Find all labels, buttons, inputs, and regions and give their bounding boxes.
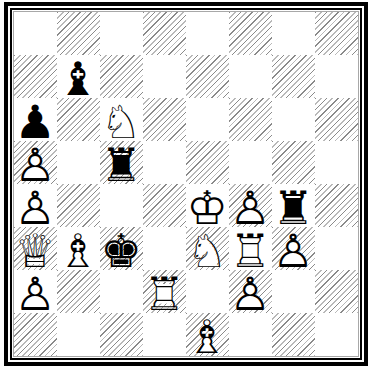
square-e5[interactable] [186, 141, 229, 184]
white-pawn-icon: ♙ [14, 272, 57, 315]
piece-white-pawn: ♟♙ [229, 184, 272, 227]
square-f8[interactable] [229, 12, 272, 55]
white-pawn-icon: ♙ [272, 229, 315, 272]
square-b4[interactable] [57, 184, 100, 227]
square-h5[interactable] [315, 141, 358, 184]
black-bishop-icon: ♝ [57, 57, 100, 100]
square-g1[interactable] [272, 313, 315, 356]
square-f4[interactable]: ♟♙ [229, 184, 272, 227]
square-b3[interactable]: ♝♗ [57, 227, 100, 270]
square-e4[interactable]: ♚♔ [186, 184, 229, 227]
square-g4[interactable]: ♜ [272, 184, 315, 227]
white-rook-icon: ♖ [143, 272, 186, 315]
square-a5[interactable]: ♟♙ [14, 141, 57, 184]
square-a3[interactable]: ♛♕ [14, 227, 57, 270]
piece-white-pawn: ♟♙ [229, 270, 272, 313]
square-h4[interactable] [315, 184, 358, 227]
piece-black-rook: ♜ [272, 184, 315, 227]
square-c4[interactable] [100, 184, 143, 227]
square-e7[interactable] [186, 55, 229, 98]
square-d3[interactable] [143, 227, 186, 270]
black-king-icon: ♚ [100, 229, 143, 272]
board-inner-frame: ♝♟♞♘♟♙♜♟♙♚♔♟♙♜♛♕♝♗♚♞♘♜♖♟♙♟♙♜♖♟♙♝♗ [10, 8, 362, 360]
square-e3[interactable]: ♞♘ [186, 227, 229, 270]
square-e2[interactable] [186, 270, 229, 313]
square-a8[interactable] [14, 12, 57, 55]
square-c2[interactable] [100, 270, 143, 313]
square-h8[interactable] [315, 12, 358, 55]
piece-white-pawn: ♟♙ [14, 184, 57, 227]
piece-white-bishop: ♝♗ [186, 313, 229, 356]
square-g2[interactable] [272, 270, 315, 313]
square-d7[interactable] [143, 55, 186, 98]
square-f1[interactable] [229, 313, 272, 356]
square-f6[interactable] [229, 98, 272, 141]
white-knight-icon: ♘ [186, 229, 229, 272]
piece-white-pawn: ♟♙ [14, 141, 57, 184]
white-bishop-icon: ♗ [57, 229, 100, 272]
square-b5[interactable] [57, 141, 100, 184]
piece-white-pawn: ♟♙ [272, 227, 315, 270]
square-f3[interactable]: ♜♖ [229, 227, 272, 270]
white-bishop-icon: ♗ [186, 315, 229, 358]
piece-black-bishop: ♝ [57, 55, 100, 98]
square-d2[interactable]: ♜♖ [143, 270, 186, 313]
square-c1[interactable] [100, 313, 143, 356]
piece-white-rook: ♜♖ [143, 270, 186, 313]
square-b8[interactable] [57, 12, 100, 55]
square-d5[interactable] [143, 141, 186, 184]
square-d4[interactable] [143, 184, 186, 227]
chess-diagram-page: ♝♟♞♘♟♙♜♟♙♚♔♟♙♜♛♕♝♗♚♞♘♜♖♟♙♟♙♜♖♟♙♝♗ [0, 0, 371, 370]
square-b2[interactable] [57, 270, 100, 313]
board: ♝♟♞♘♟♙♜♟♙♚♔♟♙♜♛♕♝♗♚♞♘♜♖♟♙♟♙♜♖♟♙♝♗ [14, 12, 358, 356]
square-a7[interactable] [14, 55, 57, 98]
square-b6[interactable] [57, 98, 100, 141]
square-c5[interactable]: ♜ [100, 141, 143, 184]
piece-white-king: ♚♔ [186, 184, 229, 227]
square-h6[interactable] [315, 98, 358, 141]
square-e1[interactable]: ♝♗ [186, 313, 229, 356]
piece-white-knight: ♞♘ [100, 98, 143, 141]
piece-white-bishop: ♝♗ [57, 227, 100, 270]
square-f2[interactable]: ♟♙ [229, 270, 272, 313]
square-g7[interactable] [272, 55, 315, 98]
square-e8[interactable] [186, 12, 229, 55]
black-rook-icon: ♜ [100, 143, 143, 186]
square-a6[interactable]: ♟ [14, 98, 57, 141]
piece-black-king: ♚ [100, 227, 143, 270]
square-a1[interactable] [14, 313, 57, 356]
square-c7[interactable] [100, 55, 143, 98]
square-d8[interactable] [143, 12, 186, 55]
square-e6[interactable] [186, 98, 229, 141]
piece-black-pawn: ♟ [14, 98, 57, 141]
square-f5[interactable] [229, 141, 272, 184]
square-g6[interactable] [272, 98, 315, 141]
board-outer-frame: ♝♟♞♘♟♙♜♟♙♚♔♟♙♜♛♕♝♗♚♞♘♜♖♟♙♟♙♜♖♟♙♝♗ [4, 2, 368, 366]
square-f7[interactable] [229, 55, 272, 98]
square-h1[interactable] [315, 313, 358, 356]
piece-white-queen: ♛♕ [14, 227, 57, 270]
square-a2[interactable]: ♟♙ [14, 270, 57, 313]
square-h2[interactable] [315, 270, 358, 313]
piece-white-rook: ♜♖ [229, 227, 272, 270]
board-edge-line: ♝♟♞♘♟♙♜♟♙♚♔♟♙♜♛♕♝♗♚♞♘♜♖♟♙♟♙♜♖♟♙♝♗ [13, 11, 359, 357]
square-c8[interactable] [100, 12, 143, 55]
square-g3[interactable]: ♟♙ [272, 227, 315, 270]
square-g8[interactable] [272, 12, 315, 55]
square-g5[interactable] [272, 141, 315, 184]
square-h7[interactable] [315, 55, 358, 98]
piece-white-pawn: ♟♙ [14, 270, 57, 313]
square-b7[interactable]: ♝ [57, 55, 100, 98]
square-d1[interactable] [143, 313, 186, 356]
piece-white-knight: ♞♘ [186, 227, 229, 270]
square-b1[interactable] [57, 313, 100, 356]
square-h3[interactable] [315, 227, 358, 270]
square-c6[interactable]: ♞♘ [100, 98, 143, 141]
square-c3[interactable]: ♚ [100, 227, 143, 270]
square-d6[interactable] [143, 98, 186, 141]
piece-black-rook: ♜ [100, 141, 143, 184]
square-a4[interactable]: ♟♙ [14, 184, 57, 227]
white-pawn-icon: ♙ [229, 272, 272, 315]
